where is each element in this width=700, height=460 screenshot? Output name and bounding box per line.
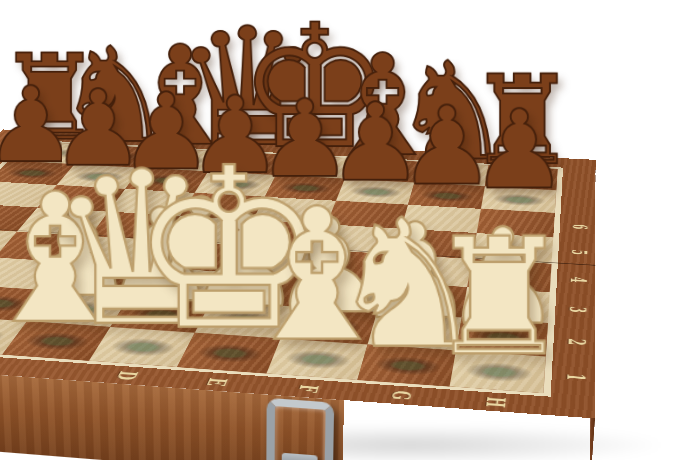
board-squares: ♜♞♝♛♚♝♞♜♟♟♟♟♟♟♟♟♟♟♟♟♟♟♟♟♜♞♝♛♚♝♞♜ <box>0 140 563 397</box>
square-h1[interactable]: ♜ <box>450 350 546 393</box>
file-label-f: F <box>291 382 325 396</box>
white-rook[interactable]: ♜ <box>367 222 628 375</box>
file-label-g: G <box>384 388 417 402</box>
file-label-d: D <box>108 369 144 383</box>
file-label-e: E <box>199 375 234 389</box>
file-label-h: H <box>479 395 511 409</box>
clasp-latch-icon <box>266 398 334 460</box>
chess-board: ♜♞♝♛♚♝♞♜♟♟♟♟♟♟♟♟♟♟♟♟♟♟♟♟♜♞♝♛♚♝♞♜ DEFGH12… <box>0 129 596 418</box>
